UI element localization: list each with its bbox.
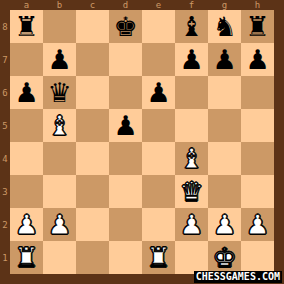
piece-white-rook-a1: ♜ [10, 241, 43, 274]
square-h1 [241, 241, 274, 274]
square-c1 [76, 241, 109, 274]
square-c7 [76, 43, 109, 76]
square-c2 [76, 208, 109, 241]
piece-black-pawn-a6: ♟ [10, 76, 43, 109]
square-b4 [43, 142, 76, 175]
piece-white-pawn-f2: ♟ [175, 208, 208, 241]
piece-black-rook-h8: ♜ [241, 10, 274, 43]
square-b5: ♝ [43, 109, 76, 142]
piece-black-pawn-g7: ♟ [208, 43, 241, 76]
file-label-c: c [76, 0, 109, 10]
rank-labels: 87654321 [0, 10, 10, 274]
piece-black-pawn-h7: ♟ [241, 43, 274, 76]
piece-black-knight-g8: ♞ [208, 10, 241, 43]
square-h2: ♟ [241, 208, 274, 241]
square-h5 [241, 109, 274, 142]
square-d1 [109, 241, 142, 274]
square-e1: ♜ [142, 241, 175, 274]
square-g3 [208, 175, 241, 208]
rank-label-8: 8 [0, 10, 10, 43]
watermark: CHESSGAMES.COM [194, 271, 282, 283]
piece-white-king-g1: ♚ [208, 241, 241, 274]
square-e3 [142, 175, 175, 208]
square-b3 [43, 175, 76, 208]
square-h4 [241, 142, 274, 175]
square-a6: ♟ [10, 76, 43, 109]
square-f1 [175, 241, 208, 274]
square-b8 [43, 10, 76, 43]
piece-white-pawn-a2: ♟ [10, 208, 43, 241]
square-f2: ♟ [175, 208, 208, 241]
file-label-e: e [142, 0, 175, 10]
square-h6 [241, 76, 274, 109]
square-d3 [109, 175, 142, 208]
square-f6 [175, 76, 208, 109]
piece-white-pawn-g2: ♟ [208, 208, 241, 241]
square-f8: ♝ [175, 10, 208, 43]
square-f5 [175, 109, 208, 142]
square-c5 [76, 109, 109, 142]
square-c6 [76, 76, 109, 109]
piece-black-pawn-e6: ♟ [142, 76, 175, 109]
file-labels: abcdefgh [10, 0, 274, 10]
file-label-f: f [175, 0, 208, 10]
square-c4 [76, 142, 109, 175]
file-label-b: b [43, 0, 76, 10]
square-f4: ♝ [175, 142, 208, 175]
square-a4 [10, 142, 43, 175]
square-g7: ♟ [208, 43, 241, 76]
piece-white-rook-e1: ♜ [142, 241, 175, 274]
square-f7: ♟ [175, 43, 208, 76]
square-e5 [142, 109, 175, 142]
piece-white-pawn-h2: ♟ [241, 208, 274, 241]
square-h8: ♜ [241, 10, 274, 43]
square-h7: ♟ [241, 43, 274, 76]
file-label-d: d [109, 0, 142, 10]
chess-board-widget: abcdefgh 87654321 ♜♚♝♞♜♟♟♟♟♟♛♟♝♟♝♛♟♟♟♟♟♜… [0, 0, 284, 284]
file-label-h: h [241, 0, 274, 10]
square-g2: ♟ [208, 208, 241, 241]
square-h3 [241, 175, 274, 208]
square-b1 [43, 241, 76, 274]
piece-black-rook-a8: ♜ [10, 10, 43, 43]
rank-label-3: 3 [0, 175, 10, 208]
square-e2 [142, 208, 175, 241]
square-b2: ♟ [43, 208, 76, 241]
square-f3: ♛ [175, 175, 208, 208]
piece-black-king-d8: ♚ [109, 10, 142, 43]
square-e7 [142, 43, 175, 76]
piece-black-bishop-f8: ♝ [175, 10, 208, 43]
square-d2 [109, 208, 142, 241]
piece-white-queen-f3: ♛ [175, 175, 208, 208]
square-a1: ♜ [10, 241, 43, 274]
square-g4 [208, 142, 241, 175]
square-d4 [109, 142, 142, 175]
square-g6 [208, 76, 241, 109]
square-d5: ♟ [109, 109, 142, 142]
square-d8: ♚ [109, 10, 142, 43]
rank-label-5: 5 [0, 109, 10, 142]
chess-board: ♜♚♝♞♜♟♟♟♟♟♛♟♝♟♝♛♟♟♟♟♟♜♜♚ [10, 10, 274, 274]
square-a7 [10, 43, 43, 76]
square-a3 [10, 175, 43, 208]
rank-label-1: 1 [0, 241, 10, 274]
piece-white-bishop-f4: ♝ [175, 142, 208, 175]
square-a2: ♟ [10, 208, 43, 241]
piece-white-bishop-b5: ♝ [43, 109, 76, 142]
square-e8 [142, 10, 175, 43]
piece-black-queen-b6: ♛ [43, 76, 76, 109]
piece-black-pawn-b7: ♟ [43, 43, 76, 76]
file-label-g: g [208, 0, 241, 10]
piece-black-pawn-f7: ♟ [175, 43, 208, 76]
square-e4 [142, 142, 175, 175]
square-g8: ♞ [208, 10, 241, 43]
square-c8 [76, 10, 109, 43]
rank-label-4: 4 [0, 142, 10, 175]
square-e6: ♟ [142, 76, 175, 109]
square-b7: ♟ [43, 43, 76, 76]
square-a5 [10, 109, 43, 142]
piece-white-pawn-b2: ♟ [43, 208, 76, 241]
rank-label-6: 6 [0, 76, 10, 109]
rank-label-7: 7 [0, 43, 10, 76]
square-c3 [76, 175, 109, 208]
file-label-a: a [10, 0, 43, 10]
piece-black-pawn-d5: ♟ [109, 109, 142, 142]
square-g5 [208, 109, 241, 142]
square-d6 [109, 76, 142, 109]
rank-label-2: 2 [0, 208, 10, 241]
square-b6: ♛ [43, 76, 76, 109]
square-g1: ♚ [208, 241, 241, 274]
square-d7 [109, 43, 142, 76]
square-a8: ♜ [10, 10, 43, 43]
